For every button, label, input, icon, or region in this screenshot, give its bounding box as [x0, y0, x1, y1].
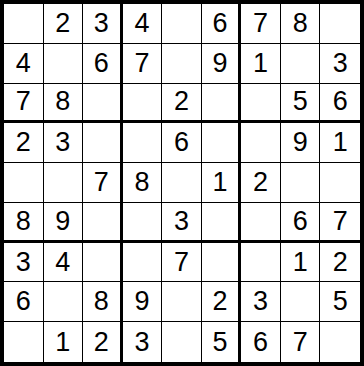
sudoku-cell-r2c9[interactable]: 3 [320, 44, 360, 84]
sudoku-cell-r7c4[interactable] [123, 243, 163, 283]
sudoku-cell-r6c4[interactable] [123, 203, 163, 243]
sudoku-cell-r1c3[interactable]: 3 [83, 4, 123, 44]
sudoku-cell-r3c4[interactable] [123, 84, 163, 124]
sudoku-cell-r9c6[interactable]: 5 [202, 322, 242, 362]
sudoku-cell-r6c8[interactable]: 6 [281, 203, 321, 243]
sudoku-cell-r4c6[interactable] [202, 123, 242, 163]
sudoku-cell-r6c2[interactable]: 9 [44, 203, 84, 243]
sudoku-cell-r2c5[interactable] [162, 44, 202, 84]
sudoku-cell-r9c7[interactable]: 6 [241, 322, 281, 362]
sudoku-cell-r5c2[interactable] [44, 163, 84, 203]
sudoku-cell-r5c3[interactable]: 7 [83, 163, 123, 203]
sudoku-board: 2346784679137825623691781289367347126892… [0, 0, 364, 366]
sudoku-cell-r7c9[interactable]: 2 [320, 243, 360, 283]
sudoku-cell-r2c6[interactable]: 9 [202, 44, 242, 84]
sudoku-cell-r7c6[interactable] [202, 243, 242, 283]
sudoku-cell-r7c1[interactable]: 3 [4, 243, 44, 283]
sudoku-cell-r2c7[interactable]: 1 [241, 44, 281, 84]
sudoku-cell-r2c3[interactable]: 6 [83, 44, 123, 84]
sudoku-cell-r3c9[interactable]: 6 [320, 84, 360, 124]
sudoku-cell-r3c6[interactable] [202, 84, 242, 124]
sudoku-cell-r2c4[interactable]: 7 [123, 44, 163, 84]
sudoku-cell-r9c9[interactable] [320, 322, 360, 362]
sudoku-cell-r6c7[interactable] [241, 203, 281, 243]
sudoku-cell-r6c6[interactable] [202, 203, 242, 243]
sudoku-cell-r6c3[interactable] [83, 203, 123, 243]
sudoku-cell-r5c6[interactable]: 1 [202, 163, 242, 203]
sudoku-cell-r2c2[interactable] [44, 44, 84, 84]
sudoku-cell-r1c7[interactable]: 7 [241, 4, 281, 44]
sudoku-cell-r5c9[interactable] [320, 163, 360, 203]
sudoku-cell-r1c4[interactable]: 4 [123, 4, 163, 44]
sudoku-cell-r3c3[interactable] [83, 84, 123, 124]
sudoku-cell-r3c8[interactable]: 5 [281, 84, 321, 124]
sudoku-cell-r3c2[interactable]: 8 [44, 84, 84, 124]
sudoku-cell-r3c1[interactable]: 7 [4, 84, 44, 124]
sudoku-cell-r2c1[interactable]: 4 [4, 44, 44, 84]
sudoku-cell-r6c9[interactable]: 7 [320, 203, 360, 243]
sudoku-cell-r5c8[interactable] [281, 163, 321, 203]
sudoku-cell-r7c3[interactable] [83, 243, 123, 283]
sudoku-cell-r7c7[interactable] [241, 243, 281, 283]
sudoku-cell-r4c8[interactable]: 9 [281, 123, 321, 163]
sudoku-cell-r9c8[interactable]: 7 [281, 322, 321, 362]
sudoku-cell-r4c3[interactable] [83, 123, 123, 163]
sudoku-cell-r9c2[interactable]: 1 [44, 322, 84, 362]
sudoku-cell-r1c8[interactable]: 8 [281, 4, 321, 44]
sudoku-cell-r1c2[interactable]: 2 [44, 4, 84, 44]
sudoku-cell-r9c1[interactable] [4, 322, 44, 362]
sudoku-cell-r8c9[interactable]: 5 [320, 282, 360, 322]
sudoku-cell-r7c8[interactable]: 1 [281, 243, 321, 283]
sudoku-cell-r8c1[interactable]: 6 [4, 282, 44, 322]
sudoku-cell-r3c7[interactable] [241, 84, 281, 124]
sudoku-cell-r1c9[interactable] [320, 4, 360, 44]
sudoku-cell-r1c1[interactable] [4, 4, 44, 44]
sudoku-cell-r6c1[interactable]: 8 [4, 203, 44, 243]
sudoku-cell-r8c3[interactable]: 8 [83, 282, 123, 322]
sudoku-cell-r2c8[interactable] [281, 44, 321, 84]
sudoku-cell-r9c5[interactable] [162, 322, 202, 362]
sudoku-cell-r4c2[interactable]: 3 [44, 123, 84, 163]
sudoku-cell-r4c9[interactable]: 1 [320, 123, 360, 163]
sudoku-cell-r1c6[interactable]: 6 [202, 4, 242, 44]
sudoku-cell-r3c5[interactable]: 2 [162, 84, 202, 124]
sudoku-cell-r8c6[interactable]: 2 [202, 282, 242, 322]
sudoku-cell-r7c2[interactable]: 4 [44, 243, 84, 283]
sudoku-cell-r8c5[interactable] [162, 282, 202, 322]
sudoku-cell-r5c5[interactable] [162, 163, 202, 203]
sudoku-cell-r9c4[interactable]: 3 [123, 322, 163, 362]
sudoku-cell-r6c5[interactable]: 3 [162, 203, 202, 243]
sudoku-cell-r9c3[interactable]: 2 [83, 322, 123, 362]
sudoku-cell-r5c1[interactable] [4, 163, 44, 203]
sudoku-cell-r4c4[interactable] [123, 123, 163, 163]
sudoku-cell-r1c5[interactable] [162, 4, 202, 44]
sudoku-cell-r8c2[interactable] [44, 282, 84, 322]
sudoku-cell-r8c7[interactable]: 3 [241, 282, 281, 322]
sudoku-cell-r8c8[interactable] [281, 282, 321, 322]
sudoku-cell-r4c1[interactable]: 2 [4, 123, 44, 163]
sudoku-cell-r5c4[interactable]: 8 [123, 163, 163, 203]
sudoku-cell-r4c7[interactable] [241, 123, 281, 163]
sudoku-cell-r5c7[interactable]: 2 [241, 163, 281, 203]
sudoku-cell-r8c4[interactable]: 9 [123, 282, 163, 322]
sudoku-cell-r4c5[interactable]: 6 [162, 123, 202, 163]
sudoku-cell-r7c5[interactable]: 7 [162, 243, 202, 283]
